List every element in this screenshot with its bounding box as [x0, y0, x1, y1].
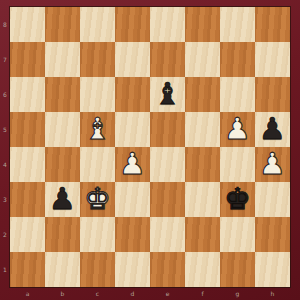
square-d7[interactable]	[115, 42, 150, 77]
rank-label-1: 1	[0, 252, 10, 287]
square-a7[interactable]	[10, 42, 45, 77]
square-g5[interactable]: ♟	[220, 112, 255, 147]
square-d8[interactable]	[115, 7, 150, 42]
square-c8[interactable]	[80, 7, 115, 42]
square-c2[interactable]	[80, 217, 115, 252]
file-label-g: g	[220, 287, 255, 300]
square-e2[interactable]	[150, 217, 185, 252]
square-f4[interactable]	[185, 147, 220, 182]
square-c3[interactable]: ♚	[80, 182, 115, 217]
square-h4[interactable]: ♟	[255, 147, 290, 182]
rank-label-6: 6	[0, 77, 10, 112]
square-f2[interactable]	[185, 217, 220, 252]
square-d5[interactable]	[115, 112, 150, 147]
square-g4[interactable]	[220, 147, 255, 182]
square-b7[interactable]	[45, 42, 80, 77]
square-a5[interactable]	[10, 112, 45, 147]
black-bishop-e6[interactable]: ♝	[154, 76, 181, 111]
file-label-f: f	[185, 287, 220, 300]
white-king-c3[interactable]: ♚	[84, 181, 111, 216]
square-a4[interactable]	[10, 147, 45, 182]
square-d3[interactable]	[115, 182, 150, 217]
square-c4[interactable]	[80, 147, 115, 182]
square-f7[interactable]	[185, 42, 220, 77]
square-a8[interactable]	[10, 7, 45, 42]
rank-label-3: 3	[0, 182, 10, 217]
file-label-h: h	[255, 287, 290, 300]
square-e5[interactable]	[150, 112, 185, 147]
white-pawn-h4[interactable]: ♟	[259, 146, 286, 181]
square-h8[interactable]	[255, 7, 290, 42]
square-e7[interactable]	[150, 42, 185, 77]
square-d4[interactable]: ♟	[115, 147, 150, 182]
file-label-a: a	[10, 287, 45, 300]
square-b6[interactable]	[45, 77, 80, 112]
black-king-g3[interactable]: ♚	[224, 181, 251, 216]
square-a1[interactable]	[10, 252, 45, 287]
square-g1[interactable]	[220, 252, 255, 287]
square-f8[interactable]	[185, 7, 220, 42]
square-c1[interactable]	[80, 252, 115, 287]
rank-label-8: 8	[0, 7, 10, 42]
square-g2[interactable]	[220, 217, 255, 252]
square-d1[interactable]	[115, 252, 150, 287]
square-e4[interactable]	[150, 147, 185, 182]
square-e8[interactable]	[150, 7, 185, 42]
white-pawn-d4[interactable]: ♟	[119, 146, 146, 181]
square-g7[interactable]	[220, 42, 255, 77]
square-c5[interactable]: ♝	[80, 112, 115, 147]
black-pawn-b3[interactable]: ♟	[49, 181, 76, 216]
rank-label-4: 4	[0, 147, 10, 182]
white-bishop-c5[interactable]: ♝	[84, 111, 111, 146]
square-h5[interactable]: ♟	[255, 112, 290, 147]
square-h2[interactable]	[255, 217, 290, 252]
square-d6[interactable]	[115, 77, 150, 112]
square-b8[interactable]	[45, 7, 80, 42]
file-label-b: b	[45, 287, 80, 300]
square-e6[interactable]: ♝	[150, 77, 185, 112]
square-g3[interactable]: ♚	[220, 182, 255, 217]
rank-label-5: 5	[0, 112, 10, 147]
square-e1[interactable]	[150, 252, 185, 287]
file-label-d: d	[115, 287, 150, 300]
black-pawn-h5[interactable]: ♟	[259, 111, 286, 146]
square-g8[interactable]	[220, 7, 255, 42]
square-b5[interactable]	[45, 112, 80, 147]
square-c7[interactable]	[80, 42, 115, 77]
square-b1[interactable]	[45, 252, 80, 287]
square-a3[interactable]	[10, 182, 45, 217]
chess-board-frame: ♝♝♟♟♟♟♟♚♚ 87654321 abcdefgh	[0, 0, 300, 300]
square-f5[interactable]	[185, 112, 220, 147]
square-h3[interactable]	[255, 182, 290, 217]
square-c6[interactable]	[80, 77, 115, 112]
rank-label-2: 2	[0, 217, 10, 252]
square-b2[interactable]	[45, 217, 80, 252]
square-g6[interactable]	[220, 77, 255, 112]
square-f6[interactable]	[185, 77, 220, 112]
square-h6[interactable]	[255, 77, 290, 112]
file-label-c: c	[80, 287, 115, 300]
white-pawn-g5[interactable]: ♟	[224, 111, 251, 146]
file-label-e: e	[150, 287, 185, 300]
square-f3[interactable]	[185, 182, 220, 217]
square-f1[interactable]	[185, 252, 220, 287]
square-e3[interactable]	[150, 182, 185, 217]
square-a6[interactable]	[10, 77, 45, 112]
square-a2[interactable]	[10, 217, 45, 252]
square-d2[interactable]	[115, 217, 150, 252]
square-b4[interactable]	[45, 147, 80, 182]
square-b3[interactable]: ♟	[45, 182, 80, 217]
square-h1[interactable]	[255, 252, 290, 287]
rank-label-7: 7	[0, 42, 10, 77]
chess-board: ♝♝♟♟♟♟♟♚♚	[10, 7, 290, 287]
square-h7[interactable]	[255, 42, 290, 77]
